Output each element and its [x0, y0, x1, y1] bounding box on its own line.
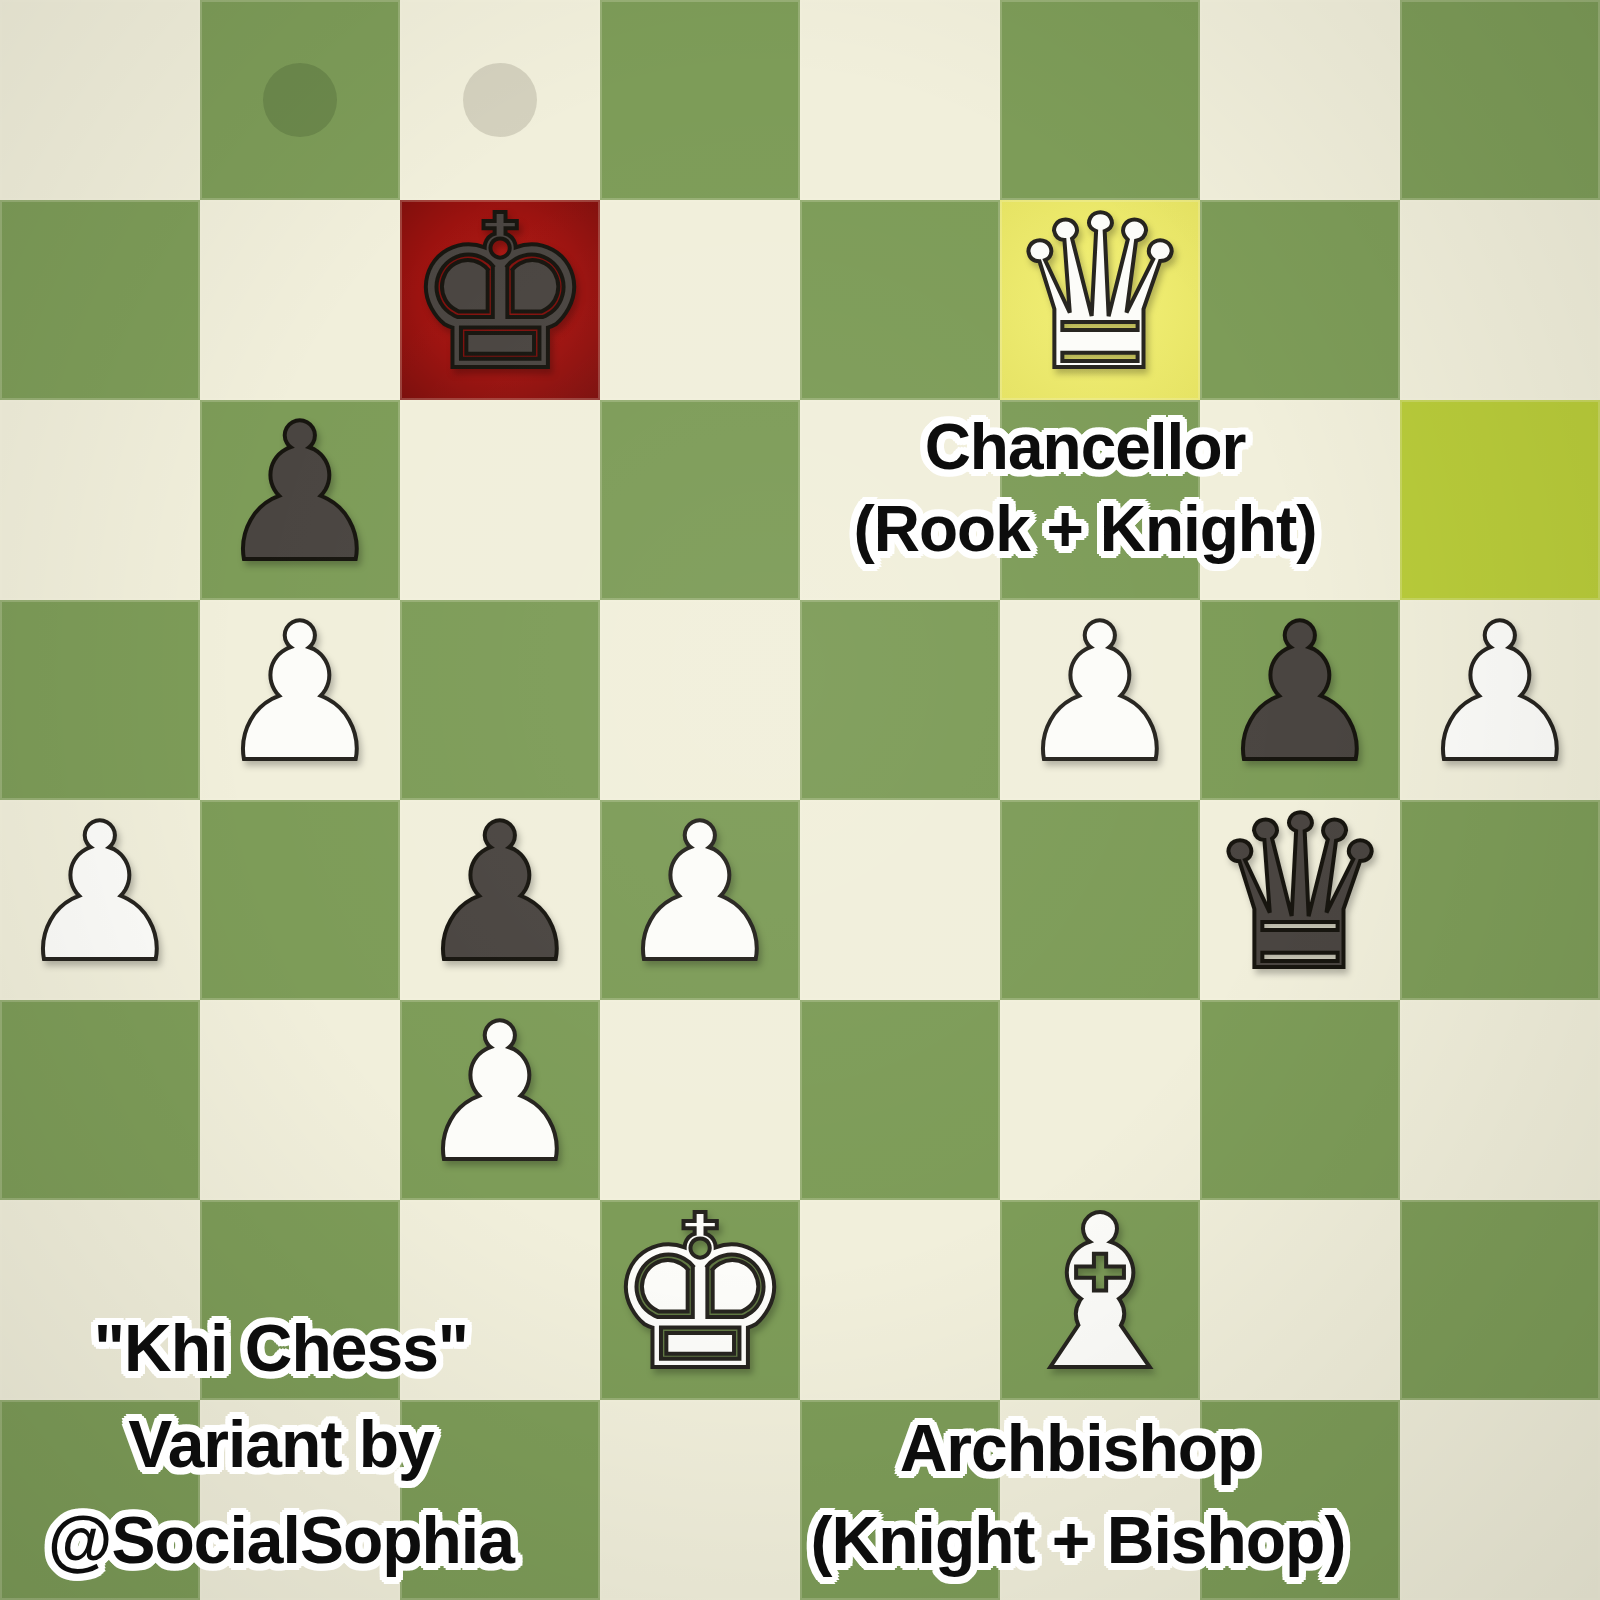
square-h3[interactable] [1400, 1000, 1600, 1200]
white-king[interactable]: ♚ [605, 1188, 795, 1400]
square-e2[interactable] [800, 1200, 1000, 1400]
white-pawn[interactable]: ♟ [15, 799, 185, 989]
square-a3[interactable] [0, 1000, 200, 1200]
square-h6[interactable] [1400, 400, 1600, 600]
archbishop-annotation-line1: Archbishop [811, 1402, 1346, 1494]
square-g3[interactable] [1200, 1000, 1400, 1200]
square-g4[interactable]: ♛ [1200, 800, 1400, 1000]
square-b7[interactable] [200, 200, 400, 400]
square-h5[interactable]: ♟ [1400, 600, 1600, 800]
chancellor-annotation-line1: Chancellor [853, 406, 1316, 488]
square-e4[interactable] [800, 800, 1000, 1000]
black-pawn[interactable]: ♟ [1215, 599, 1385, 789]
square-f4[interactable] [1000, 800, 1200, 1000]
square-a4[interactable]: ♟ [0, 800, 200, 1000]
white-archbishop[interactable]: ♝ [1005, 1188, 1195, 1400]
chancellor-annotation: Chancellor (Rook + Knight) [853, 406, 1316, 570]
square-f5[interactable]: ♟ [1000, 600, 1200, 800]
square-d8[interactable] [600, 0, 800, 200]
white-chancellor[interactable]: ♛ [1005, 188, 1195, 400]
square-c3[interactable]: ♟ [400, 1000, 600, 1200]
credit-annotation-line3: @SocialSophia [48, 1492, 514, 1588]
square-a5[interactable] [0, 600, 200, 800]
ghost-dot [263, 63, 337, 137]
square-f2[interactable]: ♝ [1000, 1200, 1200, 1400]
square-h8[interactable] [1400, 0, 1600, 200]
square-g8[interactable] [1200, 0, 1400, 200]
square-e8[interactable] [800, 0, 1000, 200]
white-pawn[interactable]: ♟ [1015, 599, 1185, 789]
white-pawn[interactable]: ♟ [615, 799, 785, 989]
square-b6[interactable]: ♟ [200, 400, 400, 600]
square-c5[interactable] [400, 600, 600, 800]
square-d5[interactable] [600, 600, 800, 800]
square-h7[interactable] [1400, 200, 1600, 400]
square-g2[interactable] [1200, 1200, 1400, 1400]
square-b4[interactable] [200, 800, 400, 1000]
square-b5[interactable]: ♟ [200, 600, 400, 800]
square-h2[interactable] [1400, 1200, 1600, 1400]
chancellor-annotation-line2: (Rook + Knight) [853, 488, 1316, 570]
square-d2[interactable]: ♚ [600, 1200, 800, 1400]
credit-annotation: "Khi Chess" Variant by @SocialSophia [48, 1300, 514, 1588]
black-king[interactable]: ♚ [405, 188, 595, 400]
square-b3[interactable] [200, 1000, 400, 1200]
archbishop-annotation: Archbishop (Knight + Bishop) [811, 1402, 1346, 1586]
square-d4[interactable]: ♟ [600, 800, 800, 1000]
square-c7[interactable]: ♚ [400, 200, 600, 400]
black-pawn[interactable]: ♟ [415, 799, 585, 989]
square-a8[interactable] [0, 0, 200, 200]
square-f7[interactable]: ♛ [1000, 200, 1200, 400]
white-pawn[interactable]: ♟ [1415, 599, 1585, 789]
square-b8[interactable] [200, 0, 400, 200]
square-g7[interactable] [1200, 200, 1400, 400]
square-e7[interactable] [800, 200, 1000, 400]
credit-annotation-line1: "Khi Chess" [48, 1300, 514, 1396]
square-a7[interactable] [0, 200, 200, 400]
square-e5[interactable] [800, 600, 1000, 800]
black-queen[interactable]: ♛ [1205, 788, 1395, 1000]
square-d7[interactable] [600, 200, 800, 400]
white-pawn[interactable]: ♟ [415, 999, 585, 1189]
square-h4[interactable] [1400, 800, 1600, 1000]
white-pawn[interactable]: ♟ [215, 599, 385, 789]
square-h1[interactable] [1400, 1400, 1600, 1600]
square-c6[interactable] [400, 400, 600, 600]
square-c4[interactable]: ♟ [400, 800, 600, 1000]
square-d6[interactable] [600, 400, 800, 600]
square-e3[interactable] [800, 1000, 1000, 1200]
square-d1[interactable] [600, 1400, 800, 1600]
credit-annotation-line2: Variant by [48, 1396, 514, 1492]
archbishop-annotation-line2: (Knight + Bishop) [811, 1494, 1346, 1586]
square-a6[interactable] [0, 400, 200, 600]
khi-chess-diagram: ♚♛♟♟♟♟♟♟♟♟♛♟♚♝ Chancellor (Rook + Knight… [0, 0, 1600, 1600]
ghost-dot [463, 63, 537, 137]
black-pawn[interactable]: ♟ [215, 399, 385, 589]
